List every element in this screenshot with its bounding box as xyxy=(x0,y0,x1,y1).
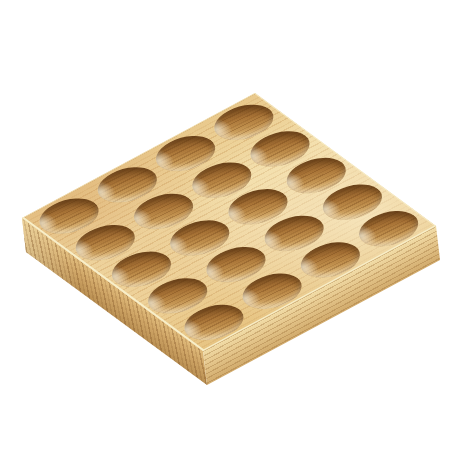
pit-grid xyxy=(22,93,436,351)
scene xyxy=(0,0,458,458)
board-top-face xyxy=(22,93,436,351)
